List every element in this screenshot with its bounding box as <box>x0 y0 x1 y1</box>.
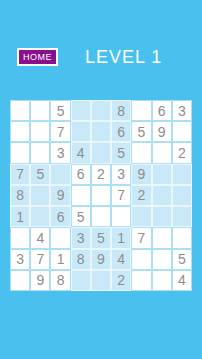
cell-r8c7[interactable] <box>131 249 151 270</box>
cell-r6c6[interactable] <box>111 206 131 227</box>
cell-r8c1[interactable]: 3 <box>10 249 30 270</box>
cell-r8c4[interactable]: 8 <box>71 249 91 270</box>
cell-r2c2[interactable] <box>30 121 50 142</box>
cell-r7c6[interactable]: 1 <box>111 227 131 248</box>
home-button[interactable]: HOME <box>17 48 58 66</box>
cell-r9c3[interactable]: 8 <box>50 270 70 291</box>
cell-r6c4[interactable]: 5 <box>71 206 91 227</box>
cell-r1c6[interactable]: 8 <box>111 100 131 121</box>
cell-r6c9[interactable] <box>172 206 192 227</box>
cell-r1c7[interactable] <box>131 100 151 121</box>
cell-r6c2[interactable] <box>30 206 50 227</box>
cell-r5c2[interactable] <box>30 185 50 206</box>
cell-r1c9[interactable]: 3 <box>172 100 192 121</box>
cell-r4c3[interactable] <box>50 164 70 185</box>
cell-r5c1[interactable]: 8 <box>10 185 30 206</box>
cell-r6c8[interactable] <box>152 206 172 227</box>
cell-r6c7[interactable] <box>131 206 151 227</box>
cell-r7c4[interactable]: 3 <box>71 227 91 248</box>
cell-r5c6[interactable]: 7 <box>111 185 131 206</box>
cell-r7c9[interactable] <box>172 227 192 248</box>
cell-r7c1[interactable] <box>10 227 30 248</box>
cell-r2c1[interactable] <box>10 121 30 142</box>
cell-r9c5[interactable] <box>91 270 111 291</box>
cell-r5c9[interactable] <box>172 185 192 206</box>
cell-r3c9[interactable]: 2 <box>172 142 192 163</box>
cell-r8c8[interactable] <box>152 249 172 270</box>
cell-r9c9[interactable]: 4 <box>172 270 192 291</box>
cell-r8c5[interactable]: 9 <box>91 249 111 270</box>
cell-r4c5[interactable]: 2 <box>91 164 111 185</box>
cell-r4c7[interactable]: 9 <box>131 164 151 185</box>
cell-r8c3[interactable]: 1 <box>50 249 70 270</box>
cell-r3c1[interactable] <box>10 142 30 163</box>
cell-r7c2[interactable]: 4 <box>30 227 50 248</box>
cell-r2c4[interactable] <box>71 121 91 142</box>
cell-r3c8[interactable] <box>152 142 172 163</box>
cell-r3c5[interactable] <box>91 142 111 163</box>
cell-r1c4[interactable] <box>71 100 91 121</box>
cell-r8c6[interactable]: 4 <box>111 249 131 270</box>
cell-r2c3[interactable]: 7 <box>50 121 70 142</box>
cell-r1c5[interactable] <box>91 100 111 121</box>
cell-r5c4[interactable] <box>71 185 91 206</box>
cell-r6c3[interactable]: 6 <box>50 206 70 227</box>
cell-r1c3[interactable]: 5 <box>50 100 70 121</box>
cell-r5c3[interactable]: 9 <box>50 185 70 206</box>
level-title: LEVEL 1 <box>85 47 162 68</box>
cell-r9c2[interactable]: 9 <box>30 270 50 291</box>
cell-r2c9[interactable] <box>172 121 192 142</box>
cell-r7c5[interactable]: 5 <box>91 227 111 248</box>
cell-r8c9[interactable]: 5 <box>172 249 192 270</box>
cell-r4c8[interactable] <box>152 164 172 185</box>
cell-r3c2[interactable] <box>30 142 50 163</box>
cell-r3c6[interactable]: 5 <box>111 142 131 163</box>
cell-r9c8[interactable] <box>152 270 172 291</box>
cell-r7c3[interactable] <box>50 227 70 248</box>
cell-r4c9[interactable] <box>172 164 192 185</box>
cell-r2c6[interactable]: 6 <box>111 121 131 142</box>
cell-r3c4[interactable]: 4 <box>71 142 91 163</box>
cell-r4c1[interactable]: 7 <box>10 164 30 185</box>
cell-r5c7[interactable]: 2 <box>131 185 151 206</box>
cell-r3c7[interactable] <box>131 142 151 163</box>
cell-r4c2[interactable]: 5 <box>30 164 50 185</box>
cell-r6c5[interactable] <box>91 206 111 227</box>
cell-r7c7[interactable]: 7 <box>131 227 151 248</box>
cell-r9c1[interactable] <box>10 270 30 291</box>
cell-r4c4[interactable]: 6 <box>71 164 91 185</box>
cell-r9c6[interactable]: 2 <box>111 270 131 291</box>
cell-r5c5[interactable] <box>91 185 111 206</box>
cell-r4c6[interactable]: 3 <box>111 164 131 185</box>
cell-r9c7[interactable] <box>131 270 151 291</box>
sudoku-board: 5863765934527562398972165435173718945982… <box>10 100 192 291</box>
cell-r3c3[interactable]: 3 <box>50 142 70 163</box>
cell-r8c2[interactable]: 7 <box>30 249 50 270</box>
cell-r7c8[interactable] <box>152 227 172 248</box>
cell-r2c7[interactable]: 5 <box>131 121 151 142</box>
cell-r1c2[interactable] <box>30 100 50 121</box>
cell-r2c5[interactable] <box>91 121 111 142</box>
cell-r1c1[interactable] <box>10 100 30 121</box>
cell-r6c1[interactable]: 1 <box>10 206 30 227</box>
cell-r2c8[interactable]: 9 <box>152 121 172 142</box>
cell-r5c8[interactable] <box>152 185 172 206</box>
cell-r9c4[interactable] <box>71 270 91 291</box>
cell-r1c8[interactable]: 6 <box>152 100 172 121</box>
